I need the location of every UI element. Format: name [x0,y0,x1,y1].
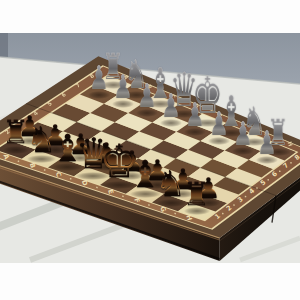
piece-shadow [52,163,83,171]
piece-dark-pawn-b2: ♟ [25,122,85,149]
piece-shadow [27,155,56,163]
piece-shadow [256,156,278,164]
piece-shadow [171,190,194,198]
piece-shadow [266,148,291,156]
piece-shadow [208,137,230,145]
letterbox-top [0,0,300,33]
piece-silver-rook-h8: ♜ [248,122,300,151]
piece-shadow [241,138,268,146]
piece-shadow [88,91,110,99]
piece-shadow [232,147,254,155]
piece-shadow [217,129,246,137]
pieces-layer: ♜♟♞♟♝♟♛♟♚♟♝♟♟♞♟♜♟♜♟♞♟♟♝♟♛♚♟♝♟♞♟♜ [0,0,300,300]
piece-shadow [197,199,220,207]
chess-set-photo: AB◆C◆D◆E◆F◆G◆H◆12◆3◆4◆5◆6◆7◆8◆12345678AB… [0,0,300,300]
piece-shadow [101,81,126,89]
piece-shadow [120,172,143,180]
piece-shadow [136,109,158,117]
piece-shadow [146,100,175,108]
piece-shadow [130,190,161,198]
piece-shadow [101,181,138,189]
piece-dark-pawn-a2: ♟ [0,113,60,140]
piece-shadow [123,91,150,99]
letterbox-bottom [0,263,300,300]
piece-shadow [184,207,210,215]
piece-shadow [76,172,110,180]
piece-shadow [18,137,41,145]
piece-shadow [190,119,225,127]
piece-shadow [168,110,200,118]
piece-shadow [184,128,206,136]
piece-shadow [95,163,118,171]
piece-shadow [160,119,182,127]
piece-shadow [112,100,134,108]
piece-shadow [157,199,186,207]
piece-shadow [44,146,67,154]
piece-silver-knight-b8: ♞ [107,62,167,94]
piece-shadow [146,181,169,189]
piece-shadow [69,154,92,162]
piece-shadow [3,146,29,154]
